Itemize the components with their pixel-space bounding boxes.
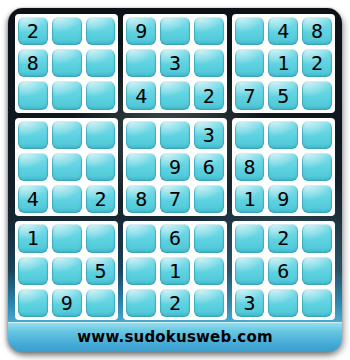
cell-r5c3[interactable] bbox=[86, 153, 116, 181]
cell-r5c2[interactable] bbox=[52, 153, 82, 181]
cell-r3c5[interactable] bbox=[160, 81, 190, 109]
cell-r7c1[interactable]: 1 bbox=[18, 224, 48, 252]
cell-r5c9[interactable] bbox=[302, 153, 332, 181]
sudoku-box-5: 39687 bbox=[123, 118, 226, 217]
cell-r7c2[interactable] bbox=[52, 224, 82, 252]
cell-r2c6[interactable] bbox=[194, 49, 224, 77]
cell-r4c8[interactable] bbox=[268, 121, 298, 149]
cell-r2c8[interactable]: 1 bbox=[268, 49, 298, 77]
page: 2893424812754239687819159612263 www.sudo… bbox=[0, 0, 350, 360]
cell-r8c6[interactable] bbox=[194, 257, 224, 285]
cell-r9c5[interactable]: 2 bbox=[160, 289, 190, 317]
cell-r7c8[interactable]: 2 bbox=[268, 224, 298, 252]
sudoku-box-2: 9342 bbox=[123, 14, 226, 113]
cell-r2c5[interactable]: 3 bbox=[160, 49, 190, 77]
cell-r1c5[interactable] bbox=[160, 17, 190, 45]
sudoku-box-4: 42 bbox=[15, 118, 118, 217]
cell-r9c6[interactable] bbox=[194, 289, 224, 317]
cell-r5c6[interactable]: 6 bbox=[194, 153, 224, 181]
cell-r6c6[interactable] bbox=[194, 185, 224, 213]
cell-r5c7[interactable]: 8 bbox=[235, 153, 265, 181]
cell-r6c1[interactable]: 4 bbox=[18, 185, 48, 213]
cell-r7c6[interactable] bbox=[194, 224, 224, 252]
cell-r6c7[interactable]: 1 bbox=[235, 185, 265, 213]
cell-r6c3[interactable]: 2 bbox=[86, 185, 116, 213]
cell-r8c5[interactable]: 1 bbox=[160, 257, 190, 285]
cell-r8c8[interactable]: 6 bbox=[268, 257, 298, 285]
cell-r7c3[interactable] bbox=[86, 224, 116, 252]
cell-r5c4[interactable] bbox=[126, 153, 156, 181]
cell-r2c1[interactable]: 8 bbox=[18, 49, 48, 77]
cell-r7c7[interactable] bbox=[235, 224, 265, 252]
cell-r9c9[interactable] bbox=[302, 289, 332, 317]
cell-r4c1[interactable] bbox=[18, 121, 48, 149]
cell-r2c4[interactable] bbox=[126, 49, 156, 77]
cell-r8c7[interactable] bbox=[235, 257, 265, 285]
cell-r4c2[interactable] bbox=[52, 121, 82, 149]
cell-r4c9[interactable] bbox=[302, 121, 332, 149]
cell-r7c4[interactable] bbox=[126, 224, 156, 252]
cell-r2c7[interactable] bbox=[235, 49, 265, 77]
cell-r1c8[interactable]: 4 bbox=[268, 17, 298, 45]
cell-r3c8[interactable]: 5 bbox=[268, 81, 298, 109]
cell-r9c3[interactable] bbox=[86, 289, 116, 317]
cell-r8c4[interactable] bbox=[126, 257, 156, 285]
cell-r6c2[interactable] bbox=[52, 185, 82, 213]
cell-r1c3[interactable] bbox=[86, 17, 116, 45]
cell-r4c4[interactable] bbox=[126, 121, 156, 149]
cell-r8c9[interactable] bbox=[302, 257, 332, 285]
sudoku-box-1: 28 bbox=[15, 14, 118, 113]
cell-r8c1[interactable] bbox=[18, 257, 48, 285]
sudoku-box-3: 481275 bbox=[232, 14, 335, 113]
sudoku-box-6: 819 bbox=[232, 118, 335, 217]
cell-r3c1[interactable] bbox=[18, 81, 48, 109]
sudoku-box-9: 263 bbox=[232, 221, 335, 320]
cell-r2c3[interactable] bbox=[86, 49, 116, 77]
cell-r3c3[interactable] bbox=[86, 81, 116, 109]
cell-r2c2[interactable] bbox=[52, 49, 82, 77]
cell-r1c2[interactable] bbox=[52, 17, 82, 45]
sudoku-board: 2893424812754239687819159612263 www.sudo… bbox=[8, 8, 342, 352]
cell-r4c5[interactable] bbox=[160, 121, 190, 149]
cell-r2c9[interactable]: 2 bbox=[302, 49, 332, 77]
cell-r7c5[interactable]: 6 bbox=[160, 224, 190, 252]
cell-r1c1[interactable]: 2 bbox=[18, 17, 48, 45]
cell-r5c8[interactable] bbox=[268, 153, 298, 181]
sudoku-box-8: 612 bbox=[123, 221, 226, 320]
cell-r9c4[interactable] bbox=[126, 289, 156, 317]
cell-r4c3[interactable] bbox=[86, 121, 116, 149]
cell-r6c8[interactable]: 9 bbox=[268, 185, 298, 213]
cell-r9c7[interactable]: 3 bbox=[235, 289, 265, 317]
cell-r8c3[interactable]: 5 bbox=[86, 257, 116, 285]
cell-r3c7[interactable]: 7 bbox=[235, 81, 265, 109]
cell-r3c9[interactable] bbox=[302, 81, 332, 109]
cell-r1c7[interactable] bbox=[235, 17, 265, 45]
cell-r1c6[interactable] bbox=[194, 17, 224, 45]
cell-r4c6[interactable]: 3 bbox=[194, 121, 224, 149]
cell-r6c9[interactable] bbox=[302, 185, 332, 213]
footer-band: www.sudokusweb.com bbox=[8, 322, 342, 352]
cell-r3c6[interactable]: 2 bbox=[194, 81, 224, 109]
cell-r3c2[interactable] bbox=[52, 81, 82, 109]
sudoku-box-7: 159 bbox=[15, 221, 118, 320]
cell-r6c5[interactable]: 7 bbox=[160, 185, 190, 213]
website-url[interactable]: www.sudokusweb.com bbox=[77, 328, 272, 346]
sudoku-grid: 2893424812754239687819159612263 bbox=[15, 14, 335, 320]
cell-r5c1[interactable] bbox=[18, 153, 48, 181]
cell-r1c4[interactable]: 9 bbox=[126, 17, 156, 45]
cell-r3c4[interactable]: 4 bbox=[126, 81, 156, 109]
cell-r9c8[interactable] bbox=[268, 289, 298, 317]
cell-r6c4[interactable]: 8 bbox=[126, 185, 156, 213]
cell-r7c9[interactable] bbox=[302, 224, 332, 252]
cell-r1c9[interactable]: 8 bbox=[302, 17, 332, 45]
cell-r8c2[interactable] bbox=[52, 257, 82, 285]
cell-r4c7[interactable] bbox=[235, 121, 265, 149]
cell-r9c1[interactable] bbox=[18, 289, 48, 317]
cell-r5c5[interactable]: 9 bbox=[160, 153, 190, 181]
cell-r9c2[interactable]: 9 bbox=[52, 289, 82, 317]
